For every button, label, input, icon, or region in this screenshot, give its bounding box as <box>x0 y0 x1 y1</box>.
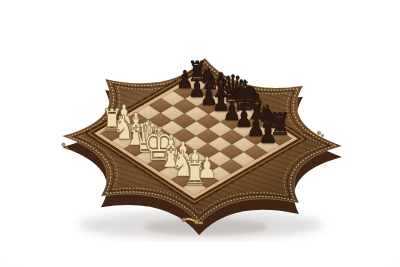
product-photo-scene: ♜♞♝♛♚♝♞♜♟♟♟♟♟♟♟♟♟♟♟♟♟♟♟♟♜♞♝♛♚♝♞♜ <box>0 0 400 267</box>
